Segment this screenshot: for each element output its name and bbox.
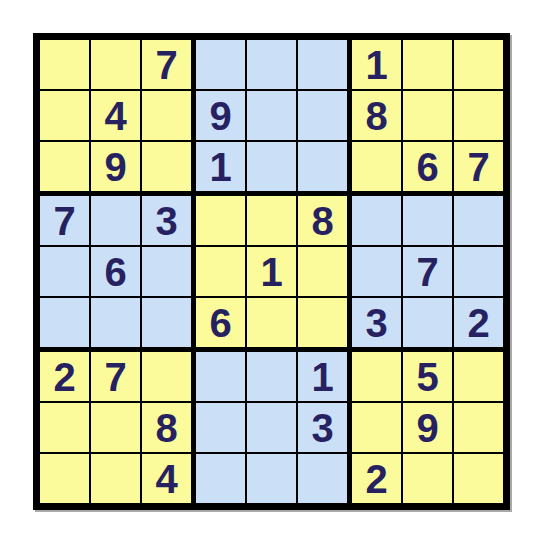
block-r2c1: 736 xyxy=(40,196,191,347)
cell-r4c2[interactable] xyxy=(91,196,140,245)
cell-r2c4[interactable]: 9 xyxy=(196,91,245,140)
cell-r5c7[interactable] xyxy=(352,247,401,296)
cell-r4c1[interactable]: 7 xyxy=(40,196,89,245)
cell-r7c4[interactable] xyxy=(196,352,245,401)
cell-r1c7[interactable]: 1 xyxy=(352,40,401,89)
cell-r2c6[interactable] xyxy=(298,91,347,140)
cell-r9c9[interactable] xyxy=(454,454,503,503)
cell-r3c5[interactable] xyxy=(247,142,296,191)
cell-r9c4[interactable] xyxy=(196,454,245,503)
cell-r1c2[interactable] xyxy=(91,40,140,89)
block-r3c3: 592 xyxy=(352,352,503,503)
block-r1c1: 749 xyxy=(40,40,191,191)
cell-r7c5[interactable] xyxy=(247,352,296,401)
cell-r2c7[interactable]: 8 xyxy=(352,91,401,140)
cell-r7c7[interactable] xyxy=(352,352,401,401)
cell-r8c6[interactable]: 3 xyxy=(298,403,347,452)
cell-r6c3[interactable] xyxy=(142,298,191,347)
cell-r4c9[interactable] xyxy=(454,196,503,245)
cell-r2c5[interactable] xyxy=(247,91,296,140)
cell-r7c1[interactable]: 2 xyxy=(40,352,89,401)
cell-r4c6[interactable]: 8 xyxy=(298,196,347,245)
cell-r1c1[interactable] xyxy=(40,40,89,89)
cell-r8c8[interactable]: 9 xyxy=(403,403,452,452)
block-r2c3: 732 xyxy=(352,196,503,347)
cell-r9c8[interactable] xyxy=(403,454,452,503)
cell-r5c1[interactable] xyxy=(40,247,89,296)
cell-r3c7[interactable] xyxy=(352,142,401,191)
cell-r5c4[interactable] xyxy=(196,247,245,296)
cell-r8c3[interactable]: 8 xyxy=(142,403,191,452)
cell-r2c1[interactable] xyxy=(40,91,89,140)
cell-r5c6[interactable] xyxy=(298,247,347,296)
cell-r9c2[interactable] xyxy=(91,454,140,503)
cell-r1c9[interactable] xyxy=(454,40,503,89)
cell-r1c4[interactable] xyxy=(196,40,245,89)
cell-r2c8[interactable] xyxy=(403,91,452,140)
cell-r5c8[interactable]: 7 xyxy=(403,247,452,296)
cell-r6c6[interactable] xyxy=(298,298,347,347)
cell-r3c8[interactable]: 6 xyxy=(403,142,452,191)
cell-r7c6[interactable]: 1 xyxy=(298,352,347,401)
cell-r2c3[interactable] xyxy=(142,91,191,140)
cell-r4c3[interactable]: 3 xyxy=(142,196,191,245)
cell-r5c2[interactable]: 6 xyxy=(91,247,140,296)
cell-r1c6[interactable] xyxy=(298,40,347,89)
sudoku-board: 749911867736816732278413592 xyxy=(33,33,510,510)
cell-r9c7[interactable]: 2 xyxy=(352,454,401,503)
cell-r3c9[interactable]: 7 xyxy=(454,142,503,191)
cell-r1c3[interactable]: 7 xyxy=(142,40,191,89)
cell-r7c9[interactable] xyxy=(454,352,503,401)
cell-r8c9[interactable] xyxy=(454,403,503,452)
cell-r4c5[interactable] xyxy=(247,196,296,245)
cell-r3c4[interactable]: 1 xyxy=(196,142,245,191)
cell-r9c5[interactable] xyxy=(247,454,296,503)
cell-r8c4[interactable] xyxy=(196,403,245,452)
cell-r3c2[interactable]: 9 xyxy=(91,142,140,191)
cell-r5c3[interactable] xyxy=(142,247,191,296)
block-r2c2: 816 xyxy=(196,196,347,347)
cell-r4c7[interactable] xyxy=(352,196,401,245)
cell-r9c1[interactable] xyxy=(40,454,89,503)
cell-r6c2[interactable] xyxy=(91,298,140,347)
cell-r1c5[interactable] xyxy=(247,40,296,89)
cell-r3c6[interactable] xyxy=(298,142,347,191)
page: 749911867736816732278413592 xyxy=(0,0,550,550)
cell-r4c8[interactable] xyxy=(403,196,452,245)
cell-r6c8[interactable] xyxy=(403,298,452,347)
cell-r6c1[interactable] xyxy=(40,298,89,347)
cell-r7c3[interactable] xyxy=(142,352,191,401)
cell-r2c2[interactable]: 4 xyxy=(91,91,140,140)
block-r3c1: 2784 xyxy=(40,352,191,503)
cell-r6c5[interactable] xyxy=(247,298,296,347)
cell-r9c3[interactable]: 4 xyxy=(142,454,191,503)
cell-r8c1[interactable] xyxy=(40,403,89,452)
block-r1c2: 91 xyxy=(196,40,347,191)
cell-r7c8[interactable]: 5 xyxy=(403,352,452,401)
cell-r7c2[interactable]: 7 xyxy=(91,352,140,401)
block-r3c2: 13 xyxy=(196,352,347,503)
cell-r3c1[interactable] xyxy=(40,142,89,191)
cell-r2c9[interactable] xyxy=(454,91,503,140)
cell-r3c3[interactable] xyxy=(142,142,191,191)
cell-r6c9[interactable]: 2 xyxy=(454,298,503,347)
cell-r9c6[interactable] xyxy=(298,454,347,503)
cell-r5c5[interactable]: 1 xyxy=(247,247,296,296)
cell-r4c4[interactable] xyxy=(196,196,245,245)
cell-r6c4[interactable]: 6 xyxy=(196,298,245,347)
cell-r8c7[interactable] xyxy=(352,403,401,452)
cell-r6c7[interactable]: 3 xyxy=(352,298,401,347)
cell-r8c5[interactable] xyxy=(247,403,296,452)
block-r1c3: 1867 xyxy=(352,40,503,191)
cell-r1c8[interactable] xyxy=(403,40,452,89)
cell-r5c9[interactable] xyxy=(454,247,503,296)
cell-r8c2[interactable] xyxy=(91,403,140,452)
